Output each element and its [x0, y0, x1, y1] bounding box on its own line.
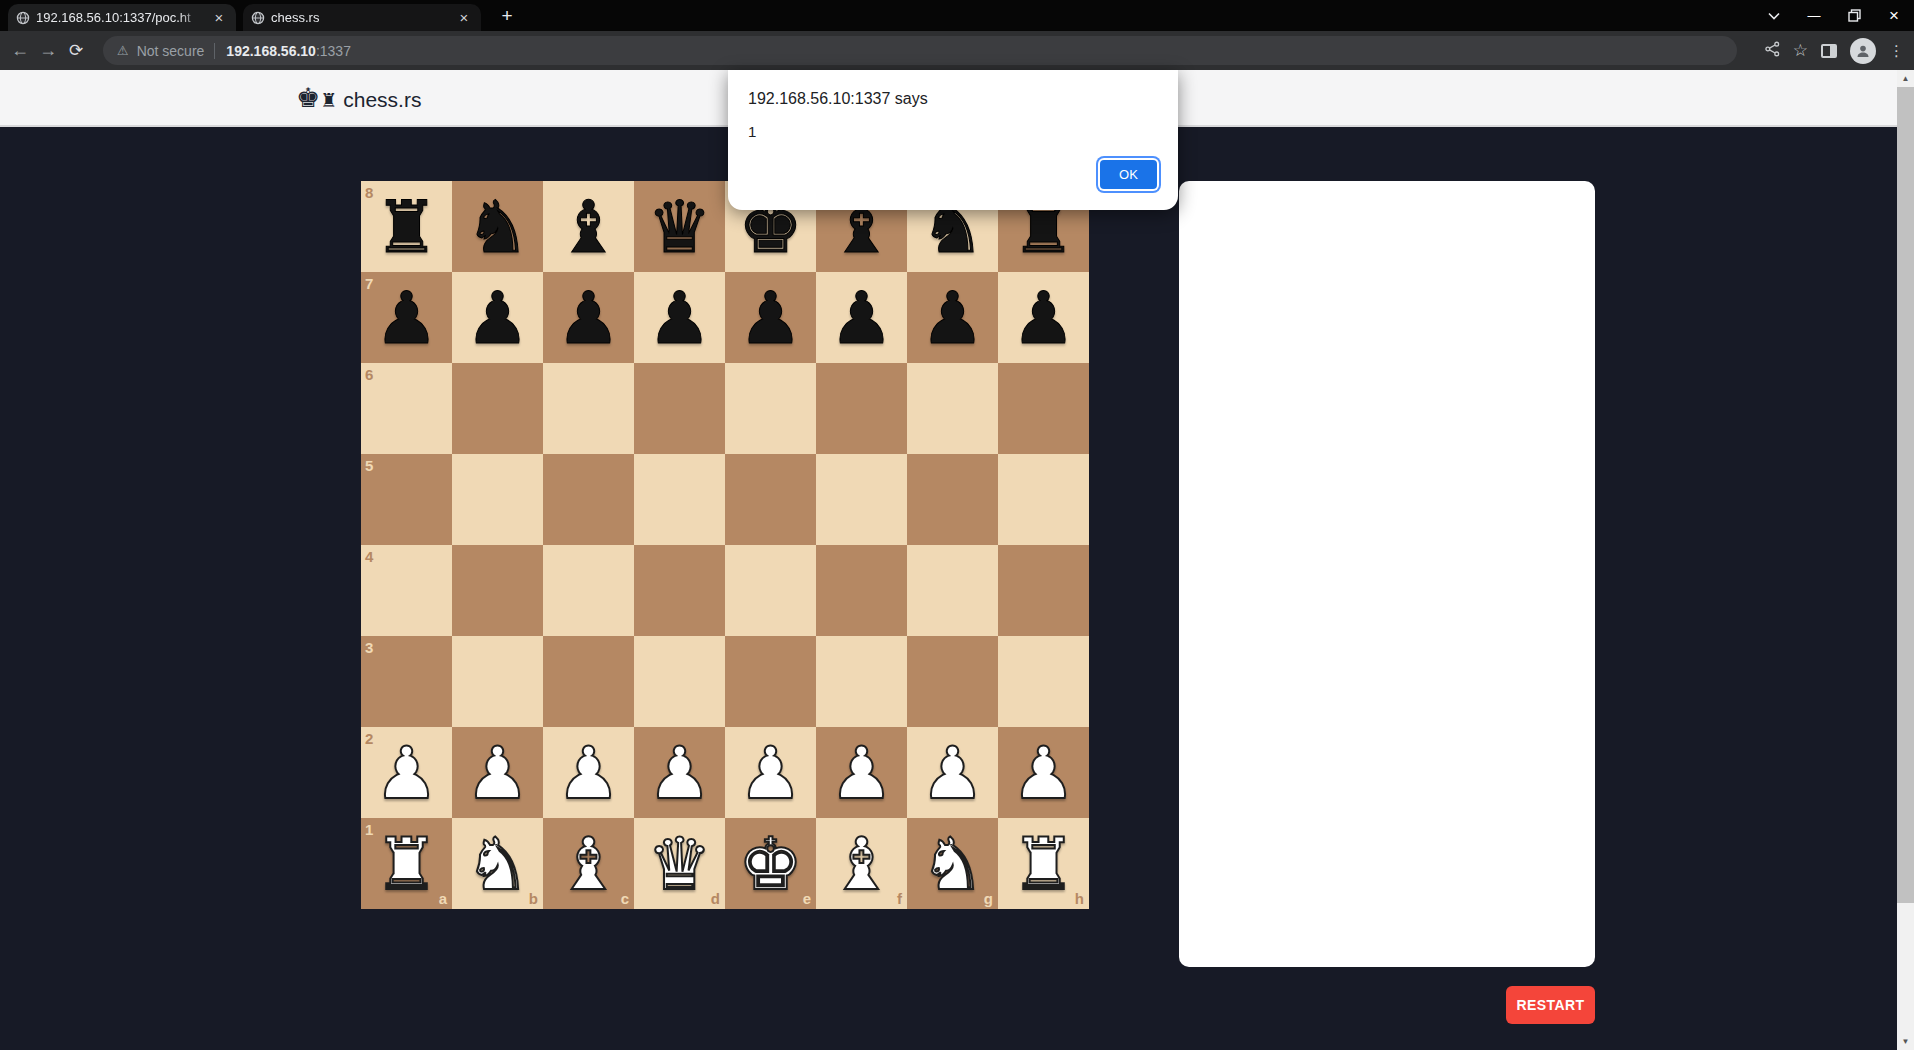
- white-pawn-piece[interactable]: ♟: [920, 737, 985, 809]
- square-a3[interactable]: 3: [361, 636, 452, 727]
- page-title: chess.rs: [343, 88, 421, 111]
- rank-label: 4: [365, 548, 373, 565]
- square-d6[interactable]: [634, 363, 725, 454]
- file-label: e: [803, 890, 811, 907]
- square-c3[interactable]: [543, 636, 634, 727]
- white-pawn-piece[interactable]: ♟: [556, 737, 621, 809]
- url-host[interactable]: 192.168.56.10: [226, 43, 316, 59]
- square-b2[interactable]: ♟: [452, 727, 543, 818]
- square-d7[interactable]: ♟: [634, 272, 725, 363]
- square-e6[interactable]: [725, 363, 816, 454]
- square-f6[interactable]: [816, 363, 907, 454]
- close-icon[interactable]: ×: [455, 9, 473, 27]
- share-icon[interactable]: [1765, 41, 1780, 61]
- profile-avatar[interactable]: [1850, 38, 1876, 64]
- white-king-piece[interactable]: ♚: [738, 828, 803, 900]
- square-b1[interactable]: b♞: [452, 818, 543, 909]
- globe-icon: [16, 11, 30, 25]
- alert-message: 1: [748, 123, 756, 140]
- move-list-panel: [1179, 181, 1595, 967]
- square-a2[interactable]: 2♟: [361, 727, 452, 818]
- browser-toolbar: ← → ⟳ ⚠ Not secure 192.168.56.10 :1337 ☆…: [0, 31, 1914, 70]
- page-scrollbar[interactable]: ▲ ▼: [1897, 70, 1914, 1050]
- square-e3[interactable]: [725, 636, 816, 727]
- square-g2[interactable]: ♟: [907, 727, 998, 818]
- minimize-icon[interactable]: —: [1794, 8, 1834, 23]
- address-bar[interactable]: ⚠ Not secure 192.168.56.10 :1337: [103, 36, 1737, 65]
- scroll-down-icon[interactable]: ▼: [1897, 1033, 1914, 1050]
- square-f1[interactable]: f♝: [816, 818, 907, 909]
- square-d3[interactable]: [634, 636, 725, 727]
- tab-title: chess.rs: [271, 10, 449, 25]
- square-b3[interactable]: [452, 636, 543, 727]
- white-rook-piece[interactable]: ♜: [374, 828, 439, 900]
- site-title: ♚ ♜ chess.rs: [296, 84, 421, 111]
- square-d8[interactable]: ♛: [634, 181, 725, 272]
- square-b5[interactable]: [452, 454, 543, 545]
- white-queen-piece[interactable]: ♛: [647, 828, 712, 900]
- file-label: a: [439, 890, 447, 907]
- rank-label: 8: [365, 184, 373, 201]
- close-icon[interactable]: ×: [210, 9, 228, 27]
- white-pawn-piece[interactable]: ♟: [738, 737, 803, 809]
- square-f2[interactable]: ♟: [816, 727, 907, 818]
- square-h6[interactable]: [998, 363, 1089, 454]
- file-label: d: [711, 890, 720, 907]
- square-f3[interactable]: [816, 636, 907, 727]
- url-port[interactable]: :1337: [316, 43, 351, 59]
- square-g1[interactable]: g♞: [907, 818, 998, 909]
- square-d1[interactable]: d♛: [634, 818, 725, 909]
- restart-button[interactable]: RESTART: [1506, 986, 1595, 1024]
- tab-poc-html[interactable]: 192.168.56.10:1337/poc.ht ×: [8, 4, 236, 31]
- square-f7[interactable]: ♟: [816, 272, 907, 363]
- square-d5[interactable]: [634, 454, 725, 545]
- white-pawn-piece[interactable]: ♟: [374, 737, 439, 809]
- alert-title: 192.168.56.10:1337 says: [748, 90, 928, 108]
- chess-board: 8♜♞♝♛♚♝♞♜7♟♟♟♟♟♟♟♟65432♟♟♟♟♟♟♟♟1a♜b♞c♝d♛…: [361, 181, 1089, 909]
- square-c7[interactable]: ♟: [543, 272, 634, 363]
- square-c5[interactable]: [543, 454, 634, 545]
- square-d4[interactable]: [634, 545, 725, 636]
- square-c2[interactable]: ♟: [543, 727, 634, 818]
- square-g5[interactable]: [907, 454, 998, 545]
- scrollbar-thumb[interactable]: [1897, 87, 1914, 903]
- divider: [214, 43, 215, 59]
- white-rook-piece[interactable]: ♜: [1011, 828, 1076, 900]
- square-b8[interactable]: ♞: [452, 181, 543, 272]
- square-e7[interactable]: ♟: [725, 272, 816, 363]
- square-f5[interactable]: [816, 454, 907, 545]
- square-g7[interactable]: ♟: [907, 272, 998, 363]
- alert-dialog: 192.168.56.10:1337 says 1 OK: [728, 70, 1178, 210]
- scroll-up-icon[interactable]: ▲: [1897, 70, 1914, 87]
- square-b4[interactable]: [452, 545, 543, 636]
- warning-triangle-icon: ⚠: [117, 43, 129, 58]
- white-pawn-piece[interactable]: ♟: [465, 737, 530, 809]
- black-knight-piece[interactable]: ♞: [465, 191, 530, 263]
- square-d2[interactable]: ♟: [634, 727, 725, 818]
- black-pawn-piece[interactable]: ♟: [920, 282, 985, 354]
- black-pawn-piece[interactable]: ♟: [374, 282, 439, 354]
- rank-label: 5: [365, 457, 373, 474]
- square-h4[interactable]: [998, 545, 1089, 636]
- square-b7[interactable]: ♟: [452, 272, 543, 363]
- file-label: g: [984, 890, 993, 907]
- black-bishop-piece[interactable]: ♝: [556, 191, 621, 263]
- rank-label: 3: [365, 639, 373, 656]
- new-tab-button[interactable]: +: [494, 3, 520, 29]
- black-pawn-piece[interactable]: ♟: [738, 282, 803, 354]
- rank-label: 1: [365, 821, 373, 838]
- rank-label: 2: [365, 730, 373, 747]
- black-pawn-piece[interactable]: ♟: [647, 282, 712, 354]
- reload-icon[interactable]: ⟳: [62, 40, 90, 61]
- tab-search-chevron-icon[interactable]: [1754, 12, 1794, 20]
- square-c8[interactable]: ♝: [543, 181, 634, 272]
- square-g3[interactable]: [907, 636, 998, 727]
- square-g4[interactable]: [907, 545, 998, 636]
- black-king-icon: ♚: [296, 84, 320, 111]
- square-e2[interactable]: ♟: [725, 727, 816, 818]
- black-rook-piece[interactable]: ♜: [374, 191, 439, 263]
- black-rook-icon: ♜: [320, 91, 337, 111]
- square-e4[interactable]: [725, 545, 816, 636]
- file-label: c: [621, 890, 629, 907]
- side-panel-icon[interactable]: [1821, 44, 1837, 58]
- square-h5[interactable]: [998, 454, 1089, 545]
- tab-title: 192.168.56.10:1337/poc.ht: [36, 10, 204, 25]
- square-a4[interactable]: 4: [361, 545, 452, 636]
- white-pawn-piece[interactable]: ♟: [1011, 737, 1076, 809]
- bookmark-star-icon[interactable]: ☆: [1793, 40, 1808, 61]
- forward-icon[interactable]: →: [34, 40, 62, 61]
- rank-label: 6: [365, 366, 373, 383]
- security-label[interactable]: Not secure: [137, 43, 205, 59]
- square-e1[interactable]: e♚: [725, 818, 816, 909]
- square-f4[interactable]: [816, 545, 907, 636]
- square-h3[interactable]: [998, 636, 1089, 727]
- square-a8[interactable]: 8♜: [361, 181, 452, 272]
- tab-chess-rs[interactable]: chess.rs ×: [243, 4, 481, 31]
- white-knight-piece[interactable]: ♞: [465, 828, 530, 900]
- black-pawn-piece[interactable]: ♟: [465, 282, 530, 354]
- tab-strip: 192.168.56.10:1337/poc.ht × chess.rs × +…: [0, 0, 1914, 31]
- square-h1[interactable]: h♜: [998, 818, 1089, 909]
- square-h7[interactable]: ♟: [998, 272, 1089, 363]
- white-pawn-piece[interactable]: ♟: [647, 737, 712, 809]
- square-h2[interactable]: ♟: [998, 727, 1089, 818]
- black-pawn-piece[interactable]: ♟: [556, 282, 621, 354]
- white-pawn-piece[interactable]: ♟: [829, 737, 894, 809]
- globe-icon: [251, 11, 265, 25]
- white-bishop-piece[interactable]: ♝: [556, 828, 621, 900]
- window-close-icon[interactable]: ×: [1874, 6, 1914, 26]
- rank-label: 7: [365, 275, 373, 292]
- file-label: f: [897, 890, 902, 907]
- square-a6[interactable]: 6: [361, 363, 452, 454]
- white-bishop-piece[interactable]: ♝: [829, 828, 894, 900]
- file-label: b: [529, 890, 538, 907]
- white-knight-piece[interactable]: ♞: [920, 828, 985, 900]
- square-a7[interactable]: 7♟: [361, 272, 452, 363]
- square-a5[interactable]: 5: [361, 454, 452, 545]
- square-e5[interactable]: [725, 454, 816, 545]
- alert-ok-button[interactable]: OK: [1100, 160, 1157, 189]
- file-label: h: [1075, 890, 1084, 907]
- square-a1[interactable]: 1a♜: [361, 818, 452, 909]
- black-pawn-piece[interactable]: ♟: [829, 282, 894, 354]
- black-pawn-piece[interactable]: ♟: [1011, 282, 1076, 354]
- square-g6[interactable]: [907, 363, 998, 454]
- back-icon[interactable]: ←: [6, 40, 34, 61]
- square-c6[interactable]: [543, 363, 634, 454]
- browser-menu-icon[interactable]: ⋮: [1889, 42, 1904, 60]
- square-c1[interactable]: c♝: [543, 818, 634, 909]
- black-queen-piece[interactable]: ♛: [647, 191, 712, 263]
- square-b6[interactable]: [452, 363, 543, 454]
- square-c4[interactable]: [543, 545, 634, 636]
- restore-icon[interactable]: [1834, 9, 1874, 22]
